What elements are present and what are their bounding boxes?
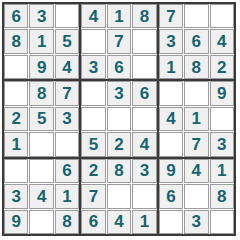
- cell-r1c5: 1: [107, 4, 131, 28]
- cell-r3c1[interactable]: [4, 55, 28, 79]
- cell-r9c3: 8: [55, 210, 79, 234]
- cell-r4c9: 9: [210, 81, 234, 105]
- cell-r3c6[interactable]: [132, 55, 156, 79]
- cell-r5c2: 5: [29, 107, 53, 131]
- cell-r2c5: 7: [107, 29, 131, 53]
- cell-r2c4[interactable]: [81, 29, 105, 53]
- cell-r7c3: 6: [55, 159, 79, 183]
- cell-r7c4: 2: [81, 159, 105, 183]
- cell-r8c8[interactable]: [184, 184, 208, 208]
- cell-r8c2: 4: [29, 184, 53, 208]
- cell-r9c8: 3: [184, 210, 208, 234]
- cell-r2c1: 8: [4, 29, 28, 53]
- cell-r7c9: 1: [210, 159, 234, 183]
- cell-r4c2: 8: [29, 81, 53, 105]
- cell-r3c7: 1: [159, 55, 183, 79]
- box-7: 634198: [4, 159, 79, 234]
- cell-r2c8: 6: [184, 29, 208, 53]
- cell-r2c3: 5: [55, 29, 79, 53]
- cell-r8c7: 6: [159, 184, 183, 208]
- cell-r6c3[interactable]: [55, 132, 79, 156]
- cell-r1c8[interactable]: [184, 4, 208, 28]
- cell-r6c8: 7: [184, 132, 208, 156]
- cell-r1c3[interactable]: [55, 4, 79, 28]
- cell-r4c4[interactable]: [81, 81, 105, 105]
- cell-r3c3: 4: [55, 55, 79, 79]
- cell-r1c9[interactable]: [210, 4, 234, 28]
- cell-r5c1: 2: [4, 107, 28, 131]
- cell-r2c7: 3: [159, 29, 183, 53]
- cell-r9c1: 9: [4, 210, 28, 234]
- box-8: 2837641: [81, 159, 156, 234]
- cell-r9c4: 6: [81, 210, 105, 234]
- cell-r5c6[interactable]: [132, 107, 156, 131]
- cell-r7c7: 9: [159, 159, 183, 183]
- cell-r9c5: 4: [107, 210, 131, 234]
- cell-r8c1: 3: [4, 184, 28, 208]
- cell-r8c3: 1: [55, 184, 79, 208]
- cell-r8c6[interactable]: [132, 184, 156, 208]
- cell-r3c2: 9: [29, 55, 53, 79]
- sudoku-page: 6381594418736736418287253136524941736341…: [0, 0, 240, 238]
- box-3: 7364182: [159, 4, 234, 79]
- cell-r7c8: 4: [184, 159, 208, 183]
- cell-r2c6[interactable]: [132, 29, 156, 53]
- cell-r3c4: 3: [81, 55, 105, 79]
- cell-r6c7[interactable]: [159, 132, 183, 156]
- cell-r3c9: 2: [210, 55, 234, 79]
- cell-r9c6: 1: [132, 210, 156, 234]
- cell-r9c9[interactable]: [210, 210, 234, 234]
- cell-r6c5: 2: [107, 132, 131, 156]
- cell-r4c3: 7: [55, 81, 79, 105]
- cell-r5c8: 1: [184, 107, 208, 131]
- cell-r9c2[interactable]: [29, 210, 53, 234]
- cell-r4c8[interactable]: [184, 81, 208, 105]
- cell-r1c2: 3: [29, 4, 53, 28]
- cell-r7c2[interactable]: [29, 159, 53, 183]
- cell-r7c1[interactable]: [4, 159, 28, 183]
- cell-r6c2[interactable]: [29, 132, 53, 156]
- box-6: 94173: [159, 81, 234, 156]
- cell-r8c4: 7: [81, 184, 105, 208]
- cell-r9c7[interactable]: [159, 210, 183, 234]
- cell-r6c9: 3: [210, 132, 234, 156]
- cell-r2c9: 4: [210, 29, 234, 53]
- sudoku-board: 6381594418736736418287253136524941736341…: [2, 2, 236, 236]
- cell-r5c3: 3: [55, 107, 79, 131]
- cell-r1c7: 7: [159, 4, 183, 28]
- cell-r5c7: 4: [159, 107, 183, 131]
- box-4: 872531: [4, 81, 79, 156]
- cell-r4c1[interactable]: [4, 81, 28, 105]
- cell-r1c6: 8: [132, 4, 156, 28]
- cell-r3c5: 6: [107, 55, 131, 79]
- cell-r5c4[interactable]: [81, 107, 105, 131]
- cell-r1c1: 6: [4, 4, 28, 28]
- cell-r4c6: 6: [132, 81, 156, 105]
- box-1: 6381594: [4, 4, 79, 79]
- cell-r4c5: 3: [107, 81, 131, 105]
- box-2: 418736: [81, 4, 156, 79]
- cell-r6c4: 5: [81, 132, 105, 156]
- cell-r6c6: 4: [132, 132, 156, 156]
- cell-r4c7[interactable]: [159, 81, 183, 105]
- cell-r5c5[interactable]: [107, 107, 131, 131]
- cell-r3c8: 8: [184, 55, 208, 79]
- cell-r5c9[interactable]: [210, 107, 234, 131]
- cell-r8c9: 8: [210, 184, 234, 208]
- cell-r1c4: 4: [81, 4, 105, 28]
- cell-r7c6: 3: [132, 159, 156, 183]
- cell-r8c5[interactable]: [107, 184, 131, 208]
- cell-r2c2: 1: [29, 29, 53, 53]
- cell-r7c5: 8: [107, 159, 131, 183]
- cell-r6c1: 1: [4, 132, 28, 156]
- box-5: 36524: [81, 81, 156, 156]
- box-9: 941683: [159, 159, 234, 234]
